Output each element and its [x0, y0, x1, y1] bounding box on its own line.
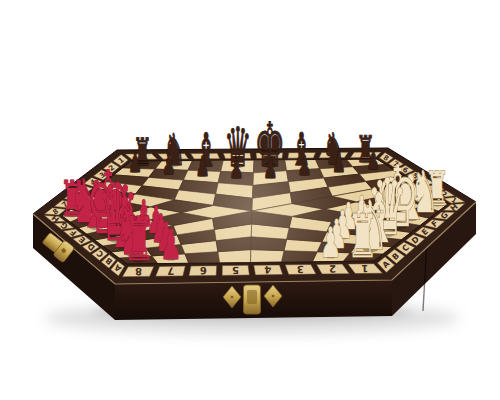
- coord-label-bottom-3: 3: [297, 264, 304, 275]
- piece-dark-pawn-g[interactable]: ♟: [332, 146, 346, 178]
- piece-red-rook-a[interactable]: ♜: [123, 204, 154, 275]
- piece-white-rook-a[interactable]: ♜: [347, 202, 378, 272]
- piece-dark-pawn-e[interactable]: ♟: [263, 152, 278, 184]
- coord-label-bottom-5: 5: [232, 265, 239, 276]
- three-player-chess-board: ABCDEFGH87654321ABCDEFGH12345678ABCDEFGH…: [0, 0, 500, 400]
- piece-red-pawn-a[interactable]: ♟: [160, 220, 182, 269]
- coord-label-bottom-4: 4: [264, 264, 271, 275]
- product-photo: ABCDEFGH87654321ABCDEFGH12345678ABCDEFGH…: [0, 0, 500, 400]
- piece-white-pawn-a[interactable]: ♟: [320, 219, 342, 267]
- piece-dark-pawn-d[interactable]: ♟: [229, 152, 244, 184]
- piece-dark-pawn-f[interactable]: ♟: [297, 149, 311, 181]
- piece-dark-pawn-c[interactable]: ♟: [195, 151, 210, 183]
- coord-label-bottom-6: 6: [200, 265, 207, 276]
- piece-dark-pawn-b[interactable]: ♟: [162, 149, 176, 181]
